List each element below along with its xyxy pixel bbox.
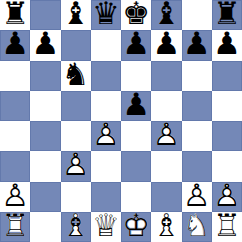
square-e4[interactable] — [121, 121, 151, 151]
square-d7[interactable] — [91, 30, 121, 60]
square-c5[interactable] — [61, 91, 91, 121]
square-f3[interactable] — [151, 151, 181, 181]
square-b3[interactable] — [30, 151, 60, 181]
square-e5[interactable]: ♟ — [121, 91, 151, 121]
square-c8[interactable]: ♝ — [61, 0, 91, 30]
square-a7[interactable]: ♟ — [0, 30, 30, 60]
square-b4[interactable] — [30, 121, 60, 151]
square-a5[interactable] — [0, 91, 30, 121]
square-h1[interactable]: ♜♖ — [212, 212, 242, 242]
square-b1[interactable] — [30, 212, 60, 242]
black-pawn-icon[interactable]: ♟ — [182, 30, 212, 60]
square-h7[interactable]: ♟ — [212, 30, 242, 60]
white-king-icon[interactable]: ♚♔ — [121, 212, 151, 242]
square-h6[interactable] — [212, 61, 242, 91]
square-d4[interactable]: ♟♙ — [91, 121, 121, 151]
square-e1[interactable]: ♚♔ — [121, 212, 151, 242]
square-d3[interactable] — [91, 151, 121, 181]
square-b5[interactable] — [30, 91, 60, 121]
square-d6[interactable] — [91, 61, 121, 91]
chess-board: ♜♝♛♚♝♜♟♟♟♟♟♟♞♟♟♙♟♙♟♙♟♙♟♙♟♙♜♖♝♗♛♕♚♔♝♗♞♘♜♖ — [0, 0, 242, 242]
square-b6[interactable] — [30, 61, 60, 91]
square-c1[interactable]: ♝♗ — [61, 212, 91, 242]
square-f6[interactable] — [151, 61, 181, 91]
square-a1[interactable]: ♜♖ — [0, 212, 30, 242]
black-bishop-icon[interactable]: ♝ — [61, 0, 91, 30]
black-pawn-icon[interactable]: ♟ — [121, 30, 151, 60]
square-g4[interactable] — [182, 121, 212, 151]
square-a6[interactable] — [0, 61, 30, 91]
square-e3[interactable] — [121, 151, 151, 181]
white-rook-icon[interactable]: ♜♖ — [212, 212, 242, 242]
square-g6[interactable] — [182, 61, 212, 91]
square-f7[interactable]: ♟ — [151, 30, 181, 60]
white-knight-icon[interactable]: ♞♘ — [182, 212, 212, 242]
square-a4[interactable] — [0, 121, 30, 151]
white-bishop-icon[interactable]: ♝♗ — [151, 212, 181, 242]
square-e7[interactable]: ♟ — [121, 30, 151, 60]
black-knight-icon[interactable]: ♞ — [61, 61, 91, 91]
square-g5[interactable] — [182, 91, 212, 121]
square-f4[interactable]: ♟♙ — [151, 121, 181, 151]
white-pawn-icon[interactable]: ♟♙ — [91, 121, 121, 151]
square-f1[interactable]: ♝♗ — [151, 212, 181, 242]
square-c3[interactable]: ♟♙ — [61, 151, 91, 181]
black-pawn-icon[interactable]: ♟ — [121, 91, 151, 121]
black-pawn-icon[interactable]: ♟ — [151, 30, 181, 60]
black-queen-icon[interactable]: ♛ — [91, 0, 121, 30]
square-d1[interactable]: ♛♕ — [91, 212, 121, 242]
square-c6[interactable]: ♞ — [61, 61, 91, 91]
square-b2[interactable] — [30, 182, 60, 212]
square-h4[interactable] — [212, 121, 242, 151]
square-g7[interactable]: ♟ — [182, 30, 212, 60]
white-pawn-icon[interactable]: ♟♙ — [61, 151, 91, 181]
black-pawn-icon[interactable]: ♟ — [30, 30, 60, 60]
black-pawn-icon[interactable]: ♟ — [0, 30, 30, 60]
square-b7[interactable]: ♟ — [30, 30, 60, 60]
square-g1[interactable]: ♞♘ — [182, 212, 212, 242]
square-d8[interactable]: ♛ — [91, 0, 121, 30]
white-rook-icon[interactable]: ♜♖ — [0, 212, 30, 242]
white-queen-icon[interactable]: ♛♕ — [91, 212, 121, 242]
square-h5[interactable] — [212, 91, 242, 121]
white-pawn-icon[interactable]: ♟♙ — [151, 121, 181, 151]
black-pawn-icon[interactable]: ♟ — [212, 30, 242, 60]
white-bishop-icon[interactable]: ♝♗ — [61, 212, 91, 242]
